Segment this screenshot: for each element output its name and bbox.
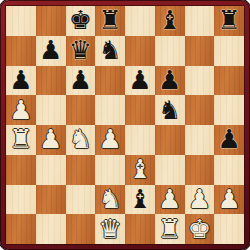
square-a4[interactable]: ♜ (6, 125, 36, 155)
square-h7[interactable] (214, 36, 244, 66)
square-g1[interactable]: ♚ (185, 214, 215, 244)
square-g7[interactable] (185, 36, 215, 66)
piece-black-bishop-e2[interactable]: ♝ (125, 185, 155, 215)
square-e6[interactable]: ♟ (125, 66, 155, 96)
square-d7[interactable]: ♞ (95, 36, 125, 66)
square-d4[interactable]: ♟ (95, 125, 125, 155)
square-e1[interactable] (125, 214, 155, 244)
square-a3[interactable] (6, 155, 36, 185)
square-h6[interactable] (214, 66, 244, 96)
square-g6[interactable] (185, 66, 215, 96)
square-h5[interactable] (214, 95, 244, 125)
piece-black-queen-c7[interactable]: ♛ (66, 36, 96, 66)
square-c4[interactable]: ♞ (66, 125, 96, 155)
piece-black-knight-f5[interactable]: ♞ (155, 95, 185, 125)
piece-white-pawn-d4[interactable]: ♟ (95, 125, 125, 155)
square-a5[interactable]: ♟ (6, 95, 36, 125)
chess-board: ♚♜♝♜♟♛♞♟♟♟♟♟♞♜♟♞♟♟♝♞♝♟♟♟♛♜♚ (6, 6, 244, 244)
square-d1[interactable]: ♛ (95, 214, 125, 244)
square-e4[interactable] (125, 125, 155, 155)
square-f7[interactable] (155, 36, 185, 66)
square-b7[interactable]: ♟ (36, 36, 66, 66)
piece-white-pawn-g2[interactable]: ♟ (185, 185, 215, 215)
square-c5[interactable] (66, 95, 96, 125)
square-g3[interactable] (185, 155, 215, 185)
piece-white-rook-a4[interactable]: ♜ (6, 125, 36, 155)
piece-black-pawn-f6[interactable]: ♟ (155, 66, 185, 96)
piece-black-knight-d7[interactable]: ♞ (95, 36, 125, 66)
square-b5[interactable] (36, 95, 66, 125)
square-h2[interactable]: ♟ (214, 185, 244, 215)
square-a7[interactable] (6, 36, 36, 66)
square-c2[interactable] (66, 185, 96, 215)
square-h8[interactable]: ♜ (214, 6, 244, 36)
square-a6[interactable]: ♟ (6, 66, 36, 96)
square-f2[interactable]: ♟ (155, 185, 185, 215)
piece-black-pawn-e6[interactable]: ♟ (125, 66, 155, 96)
piece-black-pawn-h4[interactable]: ♟ (214, 125, 244, 155)
piece-black-rook-h8[interactable]: ♜ (214, 6, 244, 36)
square-f4[interactable] (155, 125, 185, 155)
square-a2[interactable] (6, 185, 36, 215)
square-g5[interactable] (185, 95, 215, 125)
square-f3[interactable] (155, 155, 185, 185)
square-e2[interactable]: ♝ (125, 185, 155, 215)
square-f6[interactable]: ♟ (155, 66, 185, 96)
chess-board-frame: ♚♜♝♜♟♛♞♟♟♟♟♟♞♜♟♞♟♟♝♞♝♟♟♟♛♜♚ (0, 0, 250, 250)
square-e8[interactable] (125, 6, 155, 36)
square-b1[interactable] (36, 214, 66, 244)
piece-black-bishop-f8[interactable]: ♝ (155, 6, 185, 36)
square-h4[interactable]: ♟ (214, 125, 244, 155)
square-b6[interactable] (36, 66, 66, 96)
square-d8[interactable]: ♜ (95, 6, 125, 36)
square-b3[interactable] (36, 155, 66, 185)
piece-white-knight-c4[interactable]: ♞ (66, 125, 96, 155)
square-e5[interactable] (125, 95, 155, 125)
piece-white-bishop-e3[interactable]: ♝ (125, 155, 155, 185)
square-c1[interactable] (66, 214, 96, 244)
piece-white-rook-f1[interactable]: ♜ (155, 214, 185, 244)
square-b8[interactable] (36, 6, 66, 36)
square-e3[interactable]: ♝ (125, 155, 155, 185)
square-d2[interactable]: ♞ (95, 185, 125, 215)
square-e7[interactable] (125, 36, 155, 66)
piece-white-pawn-b4[interactable]: ♟ (36, 125, 66, 155)
square-f5[interactable]: ♞ (155, 95, 185, 125)
square-c3[interactable] (66, 155, 96, 185)
square-c7[interactable]: ♛ (66, 36, 96, 66)
square-h1[interactable] (214, 214, 244, 244)
piece-white-queen-d1[interactable]: ♛ (95, 214, 125, 244)
square-a8[interactable] (6, 6, 36, 36)
square-b2[interactable] (36, 185, 66, 215)
square-c6[interactable]: ♟ (66, 66, 96, 96)
square-d6[interactable] (95, 66, 125, 96)
piece-white-king-g1[interactable]: ♚ (185, 214, 215, 244)
square-c8[interactable]: ♚ (66, 6, 96, 36)
square-h3[interactable] (214, 155, 244, 185)
square-f1[interactable]: ♜ (155, 214, 185, 244)
piece-black-king-c8[interactable]: ♚ (66, 6, 96, 36)
piece-white-knight-d2[interactable]: ♞ (95, 185, 125, 215)
piece-white-pawn-f2[interactable]: ♟ (155, 185, 185, 215)
square-a1[interactable] (6, 214, 36, 244)
piece-white-pawn-a5[interactable]: ♟ (6, 95, 36, 125)
piece-black-pawn-c6[interactable]: ♟ (66, 66, 96, 96)
square-g8[interactable] (185, 6, 215, 36)
piece-black-pawn-a6[interactable]: ♟ (6, 66, 36, 96)
square-d3[interactable] (95, 155, 125, 185)
square-g2[interactable]: ♟ (185, 185, 215, 215)
square-f8[interactable]: ♝ (155, 6, 185, 36)
piece-black-rook-d8[interactable]: ♜ (95, 6, 125, 36)
square-g4[interactable] (185, 125, 215, 155)
square-d5[interactable] (95, 95, 125, 125)
piece-black-pawn-b7[interactable]: ♟ (36, 36, 66, 66)
piece-white-pawn-h2[interactable]: ♟ (214, 185, 244, 215)
square-b4[interactable]: ♟ (36, 125, 66, 155)
